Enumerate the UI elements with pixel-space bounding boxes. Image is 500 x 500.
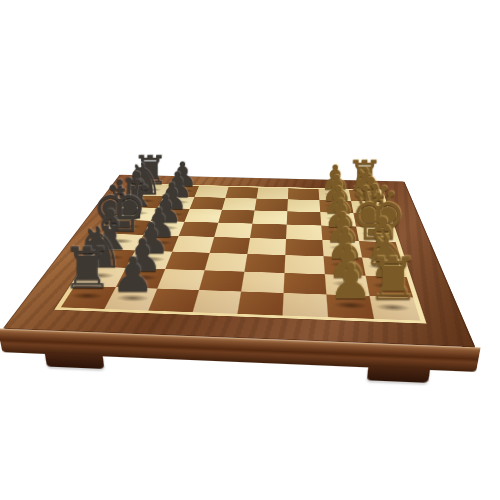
square-a6 — [194, 186, 228, 198]
p-glyph: ♟ — [97, 241, 169, 299]
square-h5 — [193, 290, 241, 314]
square-g5 — [199, 270, 244, 291]
square-a5 — [225, 187, 258, 199]
square-b5 — [222, 198, 257, 211]
square-e5 — [210, 237, 250, 254]
product-photo-chess-set: ♜♞♝♛♚♝♞♜♟♟♟♟♟♟♟♟♟♟♟♟♟♟♟♟♜♞♝♛♚♝♞♜ — [0, 0, 500, 500]
square-g4 — [241, 272, 284, 293]
square-b4 — [255, 199, 288, 212]
square-e4 — [247, 238, 286, 255]
square-h4 — [237, 292, 283, 316]
square-b6 — [190, 197, 226, 210]
square-a4 — [257, 188, 289, 200]
board-front-edge — [0, 328, 481, 389]
square-d5 — [214, 223, 252, 238]
board-foot-right — [367, 366, 430, 383]
r-glyph: ♜ — [356, 239, 430, 308]
square-c6 — [184, 209, 222, 223]
chess-board: ♜♞♝♛♚♝♞♜♟♟♟♟♟♟♟♟♟♟♟♟♟♟♟♟♜♞♝♛♚♝♞♜ — [3, 175, 476, 347]
square-c5 — [218, 210, 254, 224]
square-c4 — [252, 210, 287, 224]
square-d4 — [250, 224, 287, 239]
square-f5 — [205, 253, 248, 272]
square-f4 — [244, 254, 285, 273]
board-foot-left — [45, 353, 105, 369]
